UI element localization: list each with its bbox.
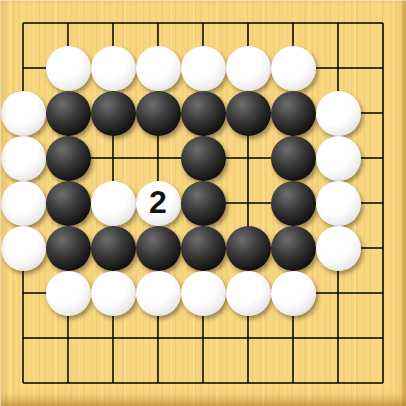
intersection-a3[interactable]: [1, 91, 46, 136]
intersection-h9[interactable]: [316, 361, 361, 406]
intersection-i5[interactable]: [361, 181, 406, 226]
intersection-b8[interactable]: [46, 316, 91, 361]
black-stone[interactable]: [181, 181, 226, 226]
intersection-c5[interactable]: [91, 181, 136, 226]
white-stone[interactable]: [136, 271, 181, 316]
intersection-g1[interactable]: [271, 1, 316, 46]
intersection-d2[interactable]: [136, 46, 181, 91]
intersection-a2[interactable]: [1, 46, 46, 91]
intersection-a5[interactable]: [1, 181, 46, 226]
white-stone[interactable]: [316, 91, 361, 136]
intersection-f1[interactable]: [226, 1, 271, 46]
move-number-label: 2: [149, 186, 167, 218]
white-stone[interactable]: [91, 181, 136, 226]
intersection-i2[interactable]: [361, 46, 406, 91]
white-stone[interactable]: [1, 226, 46, 271]
intersection-f2[interactable]: [226, 46, 271, 91]
intersection-f3[interactable]: [226, 91, 271, 136]
white-stone[interactable]: [316, 181, 361, 226]
intersection-i7[interactable]: [361, 271, 406, 316]
intersection-i3[interactable]: [361, 91, 406, 136]
black-stone[interactable]: [226, 226, 271, 271]
intersection-e3[interactable]: [181, 91, 226, 136]
intersection-e9[interactable]: [181, 361, 226, 406]
white-stone[interactable]: [226, 271, 271, 316]
intersection-b6[interactable]: [46, 226, 91, 271]
intersection-g6[interactable]: [271, 226, 316, 271]
white-stone[interactable]: [271, 271, 316, 316]
intersection-f7[interactable]: [226, 271, 271, 316]
intersection-c7[interactable]: [91, 271, 136, 316]
intersection-d3[interactable]: [136, 91, 181, 136]
intersection-h2[interactable]: [316, 46, 361, 91]
intersection-e1[interactable]: [181, 1, 226, 46]
black-stone[interactable]: [46, 181, 91, 226]
intersection-a4[interactable]: [1, 136, 46, 181]
intersection-b2[interactable]: [46, 46, 91, 91]
intersection-d7[interactable]: [136, 271, 181, 316]
intersection-a8[interactable]: [1, 316, 46, 361]
intersection-d4[interactable]: [136, 136, 181, 181]
intersection-g9[interactable]: [271, 361, 316, 406]
black-stone[interactable]: [136, 226, 181, 271]
intersection-g4[interactable]: [271, 136, 316, 181]
white-stone[interactable]: 2: [136, 181, 181, 226]
intersection-h7[interactable]: [316, 271, 361, 316]
white-stone[interactable]: [181, 46, 226, 91]
white-stone[interactable]: [91, 271, 136, 316]
white-stone[interactable]: [136, 46, 181, 91]
white-stone[interactable]: [316, 226, 361, 271]
intersection-b9[interactable]: [46, 361, 91, 406]
intersection-a9[interactable]: [1, 361, 46, 406]
white-stone[interactable]: [1, 136, 46, 181]
go-board: 2: [0, 0, 406, 406]
white-stone[interactable]: [91, 46, 136, 91]
black-stone[interactable]: [181, 226, 226, 271]
intersection-c8[interactable]: [91, 316, 136, 361]
intersection-g5[interactable]: [271, 181, 316, 226]
black-stone[interactable]: [226, 91, 271, 136]
black-stone[interactable]: [181, 136, 226, 181]
intersection-b4[interactable]: [46, 136, 91, 181]
intersection-g7[interactable]: [271, 271, 316, 316]
intersection-c4[interactable]: [91, 136, 136, 181]
intersection-g8[interactable]: [271, 316, 316, 361]
black-stone[interactable]: [271, 226, 316, 271]
black-stone[interactable]: [181, 91, 226, 136]
intersection-c3[interactable]: [91, 91, 136, 136]
intersection-i1[interactable]: [361, 1, 406, 46]
intersection-c9[interactable]: [91, 361, 136, 406]
intersection-h8[interactable]: [316, 316, 361, 361]
black-stone[interactable]: [271, 181, 316, 226]
intersection-d8[interactable]: [136, 316, 181, 361]
intersection-a1[interactable]: [1, 1, 46, 46]
intersection-c2[interactable]: [91, 46, 136, 91]
intersection-g3[interactable]: [271, 91, 316, 136]
black-stone[interactable]: [271, 136, 316, 181]
intersection-d6[interactable]: [136, 226, 181, 271]
intersection-i9[interactable]: [361, 361, 406, 406]
black-stone[interactable]: [46, 91, 91, 136]
intersection-f8[interactable]: [226, 316, 271, 361]
intersection-e5[interactable]: [181, 181, 226, 226]
intersection-b3[interactable]: [46, 91, 91, 136]
intersection-e6[interactable]: [181, 226, 226, 271]
black-stone[interactable]: [271, 91, 316, 136]
black-stone[interactable]: [46, 226, 91, 271]
stones-layer: 2: [1, 1, 406, 406]
intersection-f4[interactable]: [226, 136, 271, 181]
black-stone[interactable]: [136, 91, 181, 136]
white-stone[interactable]: [316, 136, 361, 181]
intersection-a6[interactable]: [1, 226, 46, 271]
white-stone[interactable]: [1, 91, 46, 136]
white-stone[interactable]: [226, 46, 271, 91]
intersection-e8[interactable]: [181, 316, 226, 361]
white-stone[interactable]: [1, 181, 46, 226]
intersection-b7[interactable]: [46, 271, 91, 316]
intersection-d1[interactable]: [136, 1, 181, 46]
intersection-e7[interactable]: [181, 271, 226, 316]
intersection-f5[interactable]: [226, 181, 271, 226]
intersection-b1[interactable]: [46, 1, 91, 46]
intersection-c6[interactable]: [91, 226, 136, 271]
intersection-i4[interactable]: [361, 136, 406, 181]
intersection-b5[interactable]: [46, 181, 91, 226]
white-stone[interactable]: [271, 46, 316, 91]
intersection-h5[interactable]: [316, 181, 361, 226]
intersection-h6[interactable]: [316, 226, 361, 271]
black-stone[interactable]: [46, 136, 91, 181]
intersection-d5[interactable]: 2: [136, 181, 181, 226]
intersection-e2[interactable]: [181, 46, 226, 91]
black-stone[interactable]: [91, 91, 136, 136]
intersection-i8[interactable]: [361, 316, 406, 361]
white-stone[interactable]: [46, 46, 91, 91]
intersection-g2[interactable]: [271, 46, 316, 91]
intersection-h4[interactable]: [316, 136, 361, 181]
black-stone[interactable]: [91, 226, 136, 271]
intersection-d9[interactable]: [136, 361, 181, 406]
intersection-c1[interactable]: [91, 1, 136, 46]
intersection-a7[interactable]: [1, 271, 46, 316]
intersection-f6[interactable]: [226, 226, 271, 271]
intersection-h3[interactable]: [316, 91, 361, 136]
white-stone[interactable]: [46, 271, 91, 316]
white-stone[interactable]: [181, 271, 226, 316]
intersection-h1[interactable]: [316, 1, 361, 46]
intersection-e4[interactable]: [181, 136, 226, 181]
intersection-f9[interactable]: [226, 361, 271, 406]
intersection-i6[interactable]: [361, 226, 406, 271]
